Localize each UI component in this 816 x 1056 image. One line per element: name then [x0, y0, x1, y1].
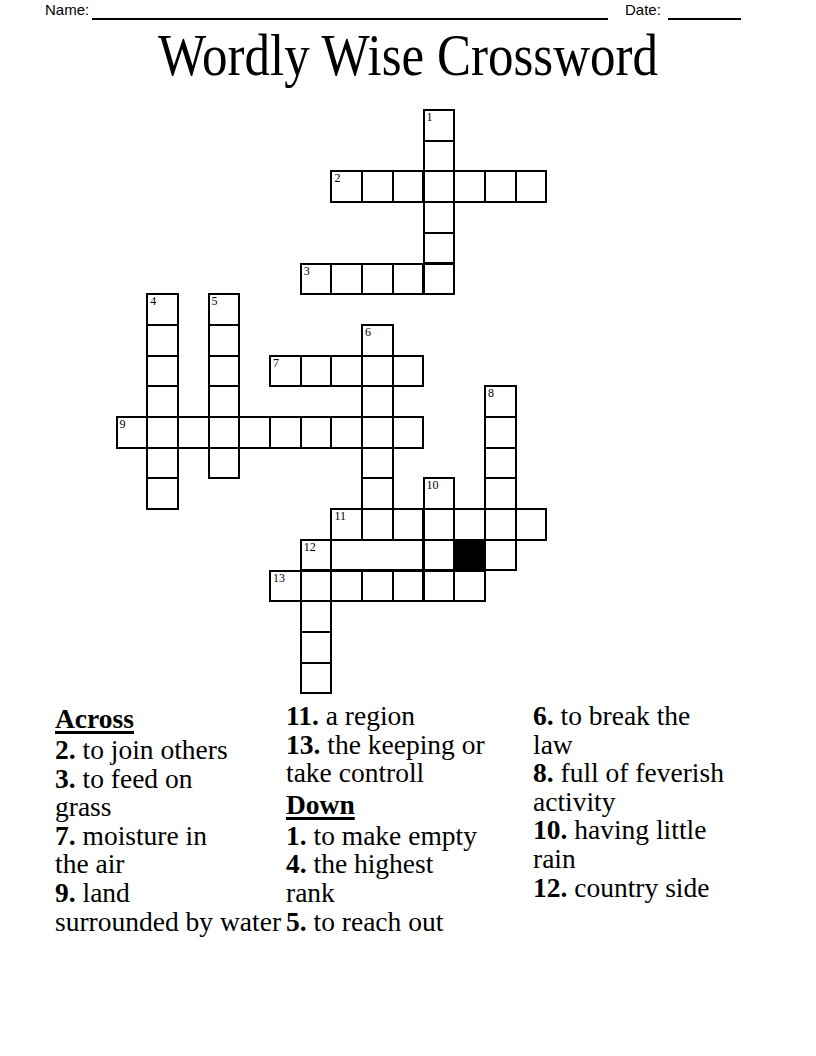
clue-number: 13: [273, 572, 285, 586]
clue-line: 13. the keeping or: [286, 731, 485, 760]
grid-cell: [453, 570, 486, 603]
clue-column-1: Across2. to join others3. to feed ongras…: [55, 702, 281, 936]
grid-cell: [484, 416, 517, 449]
clue-number: 3: [304, 265, 310, 279]
grid-cell: [423, 140, 456, 173]
grid-cell: 3: [300, 263, 333, 296]
grid-cell: [423, 539, 456, 572]
grid-cell: [238, 416, 271, 449]
clue-number: 11: [334, 510, 346, 524]
clue-line: 10. having little: [533, 816, 724, 845]
clue-line: the air: [55, 850, 281, 879]
grid-cell: [423, 232, 456, 265]
clue-line: rank: [286, 879, 485, 908]
clue-number: 5: [212, 295, 218, 309]
grid-cell: 2: [330, 170, 363, 203]
grid-cell: [146, 385, 179, 418]
grid-cell: [484, 447, 517, 480]
clue-list-heading: Down: [286, 788, 485, 822]
grid-cell: 5: [208, 293, 241, 326]
grid-cell: [300, 662, 333, 695]
grid-cell: [392, 263, 425, 296]
clue-number: 4: [150, 295, 156, 309]
grid-cell: 13: [269, 570, 302, 603]
grid-cell: [392, 570, 425, 603]
grid-cell: [300, 600, 333, 633]
grid-cell: [361, 170, 394, 203]
clue-line: 9. land: [55, 879, 281, 908]
clue-number: 10: [427, 479, 439, 493]
grid-cell: [330, 570, 363, 603]
grid-cell: [453, 170, 486, 203]
grid-cell: [208, 416, 241, 449]
grid-cell: [423, 570, 456, 603]
grid-cell: [208, 324, 241, 357]
grid-cell: [146, 447, 179, 480]
grid-cell: [361, 385, 394, 418]
grid-cell: [361, 447, 394, 480]
clue-line: 3. to feed on: [55, 765, 281, 794]
grid-cell: [484, 508, 517, 541]
grid-cell: [361, 477, 394, 510]
grid-cell: 12: [300, 539, 333, 572]
grid-cell: [392, 355, 425, 388]
clue-line: 4. the highest: [286, 850, 485, 879]
grid-cell: [300, 416, 333, 449]
grid-cell: [423, 201, 456, 234]
grid-cell: [269, 416, 302, 449]
clue-line: 6. to break the: [533, 702, 724, 731]
grid-cell: [208, 447, 241, 480]
grid-cell: [330, 355, 363, 388]
grid-cell: [361, 539, 394, 572]
clue-line: 2. to join others: [55, 736, 281, 765]
grid-cell: 9: [116, 416, 149, 449]
clue-number: 7: [273, 357, 279, 371]
grid-cell: 4: [146, 293, 179, 326]
clue-line: 5. to reach out: [286, 908, 485, 937]
clue-column-2: 11. a region13. the keeping ortake contr…: [286, 702, 485, 936]
grid-cell: [146, 416, 179, 449]
grid-cell: [330, 416, 363, 449]
grid-cell: [484, 539, 517, 572]
grid-cell: 11: [330, 508, 363, 541]
clue-line: surrounded by water: [55, 908, 281, 937]
clue-list-heading: Across: [55, 702, 281, 736]
grid-cell: [484, 477, 517, 510]
grid-cell: [361, 263, 394, 296]
grid-cell: [146, 477, 179, 510]
grid-cell: 1: [423, 109, 456, 142]
grid-cell: [392, 539, 425, 572]
clue-line: law: [533, 731, 724, 760]
clue-column-3: 6. to break thelaw8. full of feverishact…: [533, 702, 724, 902]
grid-cell: [361, 508, 394, 541]
grid-cell: [146, 324, 179, 357]
grid-cell: [453, 508, 486, 541]
grid-cell: [484, 170, 517, 203]
grid-cell: [208, 355, 241, 388]
grid-cell: [515, 508, 548, 541]
black-cell: [453, 539, 486, 572]
grid-cell: [177, 416, 210, 449]
grid-cell: 6: [361, 324, 394, 357]
grid-cell: [423, 508, 456, 541]
clue-number: 8: [488, 387, 494, 401]
clue-line: 1. to make empty: [286, 822, 485, 851]
grid-cell: [515, 170, 548, 203]
grid-cell: 8: [484, 385, 517, 418]
grid-cell: [300, 631, 333, 664]
clue-line: rain: [533, 845, 724, 874]
clue-line: activity: [533, 788, 724, 817]
grid-cell: [392, 170, 425, 203]
worksheet-page: { "header": { "name_label": "Name:", "da…: [0, 0, 816, 1056]
grid-cell: [300, 570, 333, 603]
grid-cell: [330, 539, 363, 572]
grid-cell: [300, 355, 333, 388]
clue-number: 1: [427, 111, 433, 125]
grid-cell: [423, 170, 456, 203]
grid-cell: [392, 508, 425, 541]
grid-cell: [208, 385, 241, 418]
grid-cell: [361, 355, 394, 388]
clue-line: 8. full of feverish: [533, 759, 724, 788]
clue-number: 2: [334, 172, 340, 186]
clue-line: 7. moisture in: [55, 822, 281, 851]
clue-line: take controll: [286, 759, 485, 788]
clue-line: 12. country side: [533, 874, 724, 903]
clue-line: 11. a region: [286, 702, 485, 731]
grid-cell: [423, 263, 456, 296]
clue-number: 6: [365, 326, 371, 340]
grid-cell: [361, 570, 394, 603]
grid-cell: [146, 355, 179, 388]
grid-cell: [392, 416, 425, 449]
grid-cell: [330, 263, 363, 296]
grid-cell: 10: [423, 477, 456, 510]
clue-number: 12: [304, 541, 316, 555]
grid-cell: [361, 416, 394, 449]
clue-line: grass: [55, 793, 281, 822]
clue-number: 9: [120, 418, 126, 432]
grid-cell: 7: [269, 355, 302, 388]
